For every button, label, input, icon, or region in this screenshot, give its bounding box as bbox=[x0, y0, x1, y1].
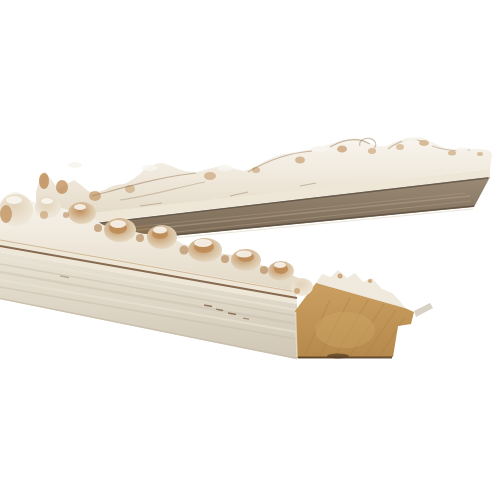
highlight bbox=[402, 138, 418, 144]
gold-rub bbox=[39, 173, 49, 189]
gold-rub bbox=[295, 157, 305, 164]
crest-bump-over-cut bbox=[291, 278, 313, 296]
highlight bbox=[74, 204, 86, 210]
valley-shadow bbox=[63, 212, 69, 218]
gold-rub bbox=[368, 279, 372, 283]
valley-shadow bbox=[260, 266, 268, 274]
gold-rub bbox=[337, 146, 347, 153]
gold-rub bbox=[338, 274, 343, 279]
gold-rub bbox=[368, 148, 376, 154]
highlight bbox=[41, 198, 53, 204]
highlight bbox=[110, 220, 126, 228]
gold-rub bbox=[396, 144, 404, 150]
highlight bbox=[68, 162, 82, 168]
gold-rub bbox=[294, 288, 300, 294]
valley-shadow bbox=[221, 255, 229, 263]
gold-rub bbox=[40, 211, 48, 219]
valley-shadow bbox=[180, 246, 189, 255]
frame-corner-illustration bbox=[0, 0, 500, 500]
highlight bbox=[311, 146, 329, 152]
frame-corner-photo bbox=[0, 0, 500, 500]
highlight bbox=[6, 196, 22, 204]
highlight bbox=[274, 262, 286, 268]
highlight bbox=[142, 165, 158, 171]
highlight bbox=[217, 165, 233, 171]
gold-rub bbox=[204, 172, 216, 180]
wood-bottom-blotch bbox=[327, 354, 349, 359]
gold-rub bbox=[477, 152, 483, 156]
highlight bbox=[194, 239, 212, 247]
gold-rub bbox=[0, 205, 12, 223]
highlight bbox=[153, 227, 167, 234]
valley-shadow bbox=[136, 234, 144, 242]
gold-rub bbox=[89, 191, 101, 201]
highlight bbox=[236, 251, 252, 258]
gold-rub bbox=[56, 180, 68, 194]
gold-rub bbox=[448, 151, 456, 156]
valley-shadow bbox=[94, 224, 102, 232]
highlight bbox=[456, 148, 468, 153]
wood-light-patch bbox=[315, 312, 375, 348]
